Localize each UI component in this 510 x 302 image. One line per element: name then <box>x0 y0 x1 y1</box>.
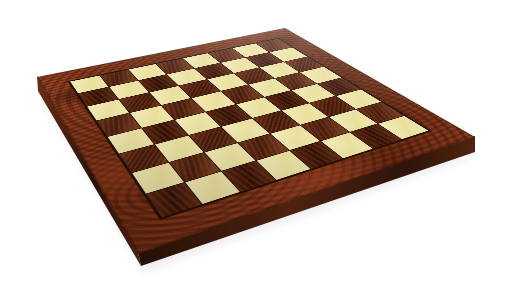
photo-background <box>0 0 510 302</box>
